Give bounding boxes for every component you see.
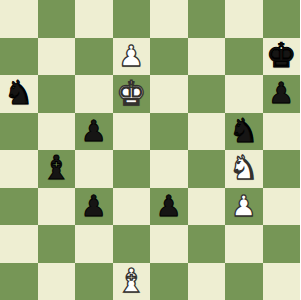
square-g4[interactable]: ♞ — [225, 150, 263, 188]
square-e4[interactable] — [150, 150, 188, 188]
square-a2[interactable] — [0, 225, 38, 263]
square-d3[interactable] — [113, 188, 151, 226]
black-pawn-c5[interactable]: ♟ — [81, 117, 107, 146]
square-c4[interactable] — [75, 150, 113, 188]
square-d7[interactable]: ♟ — [113, 38, 151, 76]
square-c7[interactable] — [75, 38, 113, 76]
square-b1[interactable] — [38, 263, 76, 300]
square-d8[interactable] — [113, 0, 151, 38]
square-h2[interactable] — [263, 225, 301, 263]
square-c2[interactable] — [75, 225, 113, 263]
square-b2[interactable] — [38, 225, 76, 263]
square-d2[interactable] — [113, 225, 151, 263]
square-a3[interactable] — [0, 188, 38, 226]
square-h7[interactable]: ♚ — [263, 38, 301, 76]
square-e8[interactable] — [150, 0, 188, 38]
square-f8[interactable] — [188, 0, 226, 38]
square-a8[interactable] — [0, 0, 38, 38]
square-f1[interactable] — [188, 263, 226, 300]
square-f6[interactable] — [188, 75, 226, 113]
square-g7[interactable] — [225, 38, 263, 76]
white-bishop-d1[interactable]: ♝ — [116, 264, 146, 297]
square-e5[interactable] — [150, 113, 188, 151]
square-h5[interactable] — [263, 113, 301, 151]
square-f4[interactable] — [188, 150, 226, 188]
black-pawn-e3[interactable]: ♟ — [156, 192, 182, 221]
white-pawn-d7[interactable]: ♟ — [118, 42, 144, 71]
square-c1[interactable] — [75, 263, 113, 300]
square-a6[interactable]: ♞ — [0, 75, 38, 113]
square-e7[interactable] — [150, 38, 188, 76]
square-c8[interactable] — [75, 0, 113, 38]
square-g2[interactable] — [225, 225, 263, 263]
square-g8[interactable] — [225, 0, 263, 38]
square-h4[interactable] — [263, 150, 301, 188]
square-a1[interactable] — [0, 263, 38, 300]
square-h6[interactable]: ♟ — [263, 75, 301, 113]
chess-board: ♟♚♞♚♟♟♞♝♞♟♟♟♝ — [0, 0, 300, 300]
square-f3[interactable] — [188, 188, 226, 226]
white-knight-g4[interactable]: ♞ — [229, 151, 259, 184]
square-e3[interactable]: ♟ — [150, 188, 188, 226]
black-king-h7[interactable]: ♚ — [266, 38, 296, 72]
white-pawn-g3[interactable]: ♟ — [231, 192, 257, 221]
square-b5[interactable] — [38, 113, 76, 151]
square-g1[interactable] — [225, 263, 263, 300]
square-d4[interactable] — [113, 150, 151, 188]
square-a4[interactable] — [0, 150, 38, 188]
square-h3[interactable] — [263, 188, 301, 226]
black-knight-g5[interactable]: ♞ — [229, 114, 259, 147]
square-f2[interactable] — [188, 225, 226, 263]
square-f5[interactable] — [188, 113, 226, 151]
square-c3[interactable]: ♟ — [75, 188, 113, 226]
black-bishop-b4[interactable]: ♝ — [41, 151, 71, 184]
square-g5[interactable]: ♞ — [225, 113, 263, 151]
square-c5[interactable]: ♟ — [75, 113, 113, 151]
square-e1[interactable] — [150, 263, 188, 300]
square-e2[interactable] — [150, 225, 188, 263]
black-pawn-c3[interactable]: ♟ — [81, 192, 107, 221]
square-b4[interactable]: ♝ — [38, 150, 76, 188]
square-h8[interactable] — [263, 0, 301, 38]
black-knight-a6[interactable]: ♞ — [4, 76, 34, 109]
black-pawn-h6[interactable]: ♟ — [268, 79, 294, 108]
square-a7[interactable] — [0, 38, 38, 76]
square-f7[interactable] — [188, 38, 226, 76]
square-b7[interactable] — [38, 38, 76, 76]
square-h1[interactable] — [263, 263, 301, 300]
square-g3[interactable]: ♟ — [225, 188, 263, 226]
square-d5[interactable] — [113, 113, 151, 151]
square-d1[interactable]: ♝ — [113, 263, 151, 300]
square-d6[interactable]: ♚ — [113, 75, 151, 113]
square-b8[interactable] — [38, 0, 76, 38]
white-king-d6[interactable]: ♚ — [116, 76, 146, 110]
square-e6[interactable] — [150, 75, 188, 113]
square-g6[interactable] — [225, 75, 263, 113]
square-b6[interactable] — [38, 75, 76, 113]
square-a5[interactable] — [0, 113, 38, 151]
square-b3[interactable] — [38, 188, 76, 226]
square-c6[interactable] — [75, 75, 113, 113]
